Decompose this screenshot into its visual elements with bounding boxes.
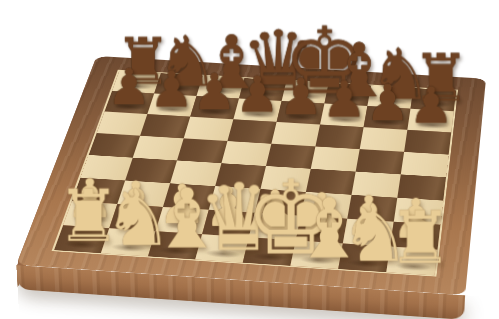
square-b5[interactable]: [133, 136, 184, 161]
piece-black-pawn-d7[interactable]: ♟: [235, 70, 278, 114]
square-b7[interactable]: ♟: [147, 93, 196, 116]
square-f7[interactable]: ♟: [320, 104, 367, 128]
chess-board: ♜♞♝♛♚♝♞♜♟♟♟♟♟♟♟♟♟♟♟♟♟♟♟♟♜♞♝♛♚♝♞♜: [16, 56, 486, 295]
piece-black-pawn-e7[interactable]: ♟: [278, 72, 322, 116]
square-g6[interactable]: [360, 127, 408, 152]
square-a6[interactable]: [97, 112, 148, 136]
piece-black-pawn-a7[interactable]: ♟: [107, 62, 150, 105]
square-g5[interactable]: [356, 149, 404, 174]
square-f6[interactable]: [315, 125, 363, 149]
piece-white-rook-h1[interactable]: ♜: [388, 202, 436, 265]
board-grid: ♜♞♝♛♚♝♞♜♟♟♟♟♟♟♟♟♟♟♟♟♟♟♟♟♜♞♝♛♚♝♞♜: [54, 71, 456, 276]
square-a5[interactable]: [89, 133, 140, 158]
board-edge-front: [16, 265, 465, 319]
square-h5[interactable]: [401, 152, 449, 177]
square-c6[interactable]: [184, 117, 234, 141]
piece-black-pawn-b7[interactable]: ♟: [149, 65, 192, 109]
piece-black-pawn-f7[interactable]: ♟: [321, 75, 365, 119]
square-e7[interactable]: ♟: [277, 101, 325, 125]
square-a1[interactable]: ♜: [54, 225, 109, 253]
chess-set-photo: ♜♞♝♛♚♝♞♜♟♟♟♟♟♟♟♟♟♟♟♟♟♟♟♟♜♞♝♛♚♝♞♜: [0, 0, 499, 319]
square-g1[interactable]: ♞: [338, 244, 390, 273]
square-g7[interactable]: ♟: [364, 106, 411, 130]
square-e6[interactable]: [271, 122, 320, 146]
piece-black-pawn-c7[interactable]: ♟: [192, 67, 235, 111]
square-c7[interactable]: ♟: [190, 96, 239, 119]
piece-white-king-e1[interactable]: ♚: [245, 166, 293, 256]
square-a7[interactable]: ♟: [104, 91, 154, 114]
square-f1[interactable]: ♝: [290, 240, 342, 269]
square-d1[interactable]: ♛: [195, 234, 249, 262]
piece-white-bishop-f1[interactable]: ♝: [292, 187, 340, 259]
piece-black-pawn-h7[interactable]: ♟: [409, 80, 453, 124]
piece-white-rook-a1[interactable]: ♜: [57, 181, 104, 243]
piece-white-queen-d1[interactable]: ♛: [197, 171, 245, 252]
piece-white-knight-g1[interactable]: ♞: [340, 193, 388, 262]
square-h6[interactable]: [404, 130, 451, 155]
square-c1[interactable]: ♝: [148, 231, 202, 259]
square-h1[interactable]: ♜: [386, 247, 437, 276]
square-d6[interactable]: [227, 119, 276, 143]
square-d7[interactable]: ♟: [233, 98, 281, 122]
square-e1[interactable]: ♚: [243, 237, 296, 266]
piece-black-pawn-g7[interactable]: ♟: [365, 77, 409, 121]
piece-white-bishop-c1[interactable]: ♝: [150, 178, 198, 250]
square-b6[interactable]: [140, 114, 190, 138]
square-c5[interactable]: [177, 138, 227, 163]
piece-white-knight-b1[interactable]: ♞: [103, 178, 151, 246]
square-h7[interactable]: ♟: [407, 109, 453, 133]
perspective-container: ♜♞♝♛♚♝♞♜♟♟♟♟♟♟♟♟♟♟♟♟♟♟♟♟♜♞♝♛♚♝♞♜: [0, 0, 499, 319]
square-b1[interactable]: ♞: [101, 228, 156, 256]
